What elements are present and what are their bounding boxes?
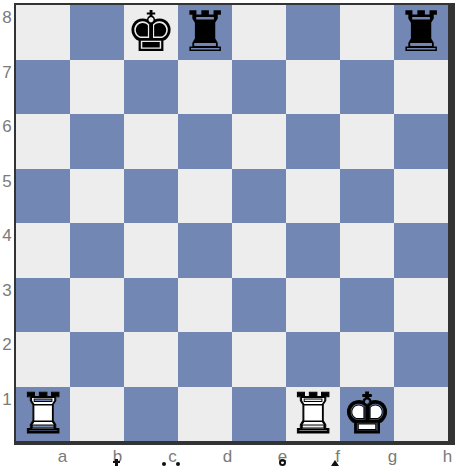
square-c2[interactable] xyxy=(124,332,178,387)
square-b3[interactable] xyxy=(70,278,124,333)
square-b5[interactable] xyxy=(70,169,124,224)
square-d1[interactable] xyxy=(178,387,232,442)
square-d4[interactable] xyxy=(178,223,232,278)
square-a1[interactable]: ♜♖ xyxy=(16,387,70,442)
square-h3[interactable] xyxy=(394,278,448,333)
piece-outline-layer: ♖ xyxy=(16,387,70,442)
square-b7[interactable] xyxy=(70,60,124,115)
file-label-d: d xyxy=(200,447,255,466)
rank-label-5: 5 xyxy=(0,169,14,224)
square-c8[interactable]: ♚ xyxy=(124,5,178,60)
piece-white-rook-a1[interactable]: ♜♖ xyxy=(16,387,70,442)
square-b2[interactable] xyxy=(70,332,124,387)
piece-black-king-c8[interactable]: ♚ xyxy=(124,5,178,60)
rank-label-4: 4 xyxy=(0,223,14,278)
square-h7[interactable] xyxy=(394,60,448,115)
square-b4[interactable] xyxy=(70,223,124,278)
square-d7[interactable] xyxy=(178,60,232,115)
square-c4[interactable] xyxy=(124,223,178,278)
cutoff-glyph-dot xyxy=(176,462,180,466)
square-a4[interactable] xyxy=(16,223,70,278)
square-c1[interactable] xyxy=(124,387,178,442)
square-a5[interactable] xyxy=(16,169,70,224)
square-g2[interactable] xyxy=(340,332,394,387)
square-g8[interactable] xyxy=(340,5,394,60)
square-c7[interactable] xyxy=(124,60,178,115)
square-g4[interactable] xyxy=(340,223,394,278)
square-d2[interactable] xyxy=(178,332,232,387)
square-f5[interactable] xyxy=(286,169,340,224)
square-h5[interactable] xyxy=(394,169,448,224)
rank-label-7: 7 xyxy=(0,60,14,115)
piece-white-rook-f1[interactable]: ♜♖ xyxy=(286,387,340,442)
file-label-a: a xyxy=(35,447,90,466)
piece-white-king-g1[interactable]: ♚♔ xyxy=(340,387,394,442)
square-d5[interactable] xyxy=(178,169,232,224)
cutoff-glyph-dot xyxy=(162,462,166,466)
square-e3[interactable] xyxy=(232,278,286,333)
square-c5[interactable] xyxy=(124,169,178,224)
square-f7[interactable] xyxy=(286,60,340,115)
square-h6[interactable] xyxy=(394,114,448,169)
square-g5[interactable] xyxy=(340,169,394,224)
square-h2[interactable] xyxy=(394,332,448,387)
rank-label-6: 6 xyxy=(0,114,14,169)
square-h4[interactable] xyxy=(394,223,448,278)
square-g3[interactable] xyxy=(340,278,394,333)
square-a8[interactable] xyxy=(16,5,70,60)
square-d3[interactable] xyxy=(178,278,232,333)
square-e5[interactable] xyxy=(232,169,286,224)
square-f2[interactable] xyxy=(286,332,340,387)
square-e1[interactable] xyxy=(232,387,286,442)
piece-black-rook-h8[interactable]: ♜ xyxy=(394,5,448,60)
square-f6[interactable] xyxy=(286,114,340,169)
file-labels: abcdefgh xyxy=(35,447,461,466)
piece-outline-layer: ♖ xyxy=(286,387,340,442)
square-g1[interactable]: ♚♔ xyxy=(340,387,394,442)
square-f3[interactable] xyxy=(286,278,340,333)
square-f4[interactable] xyxy=(286,223,340,278)
cutoff-glyph-cross xyxy=(115,459,118,466)
square-b6[interactable] xyxy=(70,114,124,169)
square-g6[interactable] xyxy=(340,114,394,169)
square-e6[interactable] xyxy=(232,114,286,169)
square-d8[interactable]: ♜ xyxy=(178,5,232,60)
square-e2[interactable] xyxy=(232,332,286,387)
square-a7[interactable] xyxy=(16,60,70,115)
rank-label-2: 2 xyxy=(0,332,14,387)
square-b8[interactable] xyxy=(70,5,124,60)
square-a3[interactable] xyxy=(16,278,70,333)
rank-label-8: 8 xyxy=(0,5,14,60)
chess-diagram: 87654321 ♚♜♜♜♖♜♖♚♔ abcdefgh xyxy=(0,0,461,466)
square-e4[interactable] xyxy=(232,223,286,278)
cutoff-glyph-triangle xyxy=(331,460,339,466)
square-f1[interactable]: ♜♖ xyxy=(286,387,340,442)
square-e7[interactable] xyxy=(232,60,286,115)
square-a2[interactable] xyxy=(16,332,70,387)
rank-label-3: 3 xyxy=(0,278,14,333)
square-c6[interactable] xyxy=(124,114,178,169)
square-b1[interactable] xyxy=(70,387,124,442)
square-g7[interactable] xyxy=(340,60,394,115)
square-e8[interactable] xyxy=(232,5,286,60)
square-c3[interactable] xyxy=(124,278,178,333)
cutoff-glyph-ring xyxy=(279,459,286,466)
rank-labels: 87654321 xyxy=(0,5,14,441)
piece-outline-layer: ♔ xyxy=(340,387,394,442)
file-label-g: g xyxy=(365,447,420,466)
chess-board: ♚♜♜♜♖♜♖♚♔ xyxy=(14,3,455,445)
file-label-c: c xyxy=(145,447,200,466)
square-d6[interactable] xyxy=(178,114,232,169)
square-a6[interactable] xyxy=(16,114,70,169)
square-f8[interactable] xyxy=(286,5,340,60)
file-label-h: h xyxy=(420,447,461,466)
piece-black-rook-d8[interactable]: ♜ xyxy=(178,5,232,60)
rank-label-1: 1 xyxy=(0,387,14,442)
square-h8[interactable]: ♜ xyxy=(394,5,448,60)
square-h1[interactable] xyxy=(394,387,448,442)
